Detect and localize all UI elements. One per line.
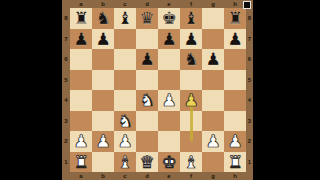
square-g2: ♟ (202, 131, 224, 152)
file-label-h: h (224, 172, 246, 180)
square-d2 (136, 131, 158, 152)
black-bishop-f8: ♝ (183, 8, 198, 29)
file-label-c: c (114, 0, 136, 8)
square-e4: ♟ (158, 90, 180, 111)
rank-label-7: 7 (62, 29, 70, 50)
rank-label-6: 6 (62, 49, 70, 70)
file-label-d: d (136, 0, 158, 8)
square-h6 (224, 49, 246, 70)
rank-label-4: 4 (246, 90, 253, 111)
rank-label-6: 6 (246, 49, 253, 70)
square-h7: ♟ (224, 29, 246, 50)
square-b3 (92, 111, 114, 132)
file-label-f: f (180, 0, 202, 8)
rank-label-5: 5 (246, 70, 253, 91)
square-g7 (202, 29, 224, 50)
square-f4: ♟ (180, 90, 202, 111)
file-label-g: g (202, 0, 224, 8)
square-d8: ♛ (136, 8, 158, 29)
square-b6 (92, 49, 114, 70)
rank-label-2: 2 (62, 131, 70, 152)
black-queen-d8: ♛ (139, 8, 154, 29)
white-pawn-b2: ♟ (95, 131, 110, 152)
square-f7: ♟ (180, 29, 202, 50)
black-rook-h8: ♜ (227, 8, 242, 29)
corner-marker-icon (243, 1, 251, 9)
white-king-e1: ♚ (161, 152, 176, 173)
square-e1: ♚ (158, 152, 180, 173)
file-label-e: e (158, 172, 180, 180)
black-knight-b8: ♞ (95, 8, 110, 29)
rank-label-1: 1 (62, 152, 70, 173)
square-h2: ♟ (224, 131, 246, 152)
white-pawn-a2: ♟ (73, 131, 88, 152)
square-d4: ♞ (136, 90, 158, 111)
white-rook-a1: ♜ (73, 152, 88, 173)
square-g8 (202, 8, 224, 29)
file-label-b: b (92, 0, 114, 8)
square-h8: ♜ (224, 8, 246, 29)
rank-labels-right: 87654321 (246, 8, 253, 172)
square-f6: ♞ (180, 49, 202, 70)
square-a2: ♟ (70, 131, 92, 152)
black-pawn-b7: ♟ (95, 29, 110, 50)
square-e7: ♟ (158, 29, 180, 50)
white-pawn-c2: ♟ (117, 131, 132, 152)
square-c2: ♟ (114, 131, 136, 152)
square-d1: ♛ (136, 152, 158, 173)
square-g6: ♟ (202, 49, 224, 70)
square-h3 (224, 111, 246, 132)
black-pawn-f7: ♟ (183, 29, 198, 50)
white-pawn-g2: ♟ (205, 131, 220, 152)
rank-label-4: 4 (62, 90, 70, 111)
black-rook-a8: ♜ (73, 8, 88, 29)
video-frame: abcdefgh abcdefgh 87654321 87654321 ♜♞♝♛… (0, 0, 320, 180)
square-c5 (114, 70, 136, 91)
square-a7: ♟ (70, 29, 92, 50)
square-d5 (136, 70, 158, 91)
black-knight-f6: ♞ (183, 49, 198, 70)
black-pawn-h7: ♟ (227, 29, 242, 50)
rank-label-3: 3 (246, 111, 253, 132)
square-c4 (114, 90, 136, 111)
square-a8: ♜ (70, 8, 92, 29)
white-pawn-h2: ♟ (227, 131, 242, 152)
square-f1: ♝ (180, 152, 202, 173)
square-a1: ♜ (70, 152, 92, 173)
square-c8: ♝ (114, 8, 136, 29)
square-h1: ♜ (224, 152, 246, 173)
rank-label-7: 7 (246, 29, 253, 50)
file-label-a: a (70, 172, 92, 180)
file-label-e: e (158, 0, 180, 8)
square-b7: ♟ (92, 29, 114, 50)
square-c3: ♞ (114, 111, 136, 132)
square-c7 (114, 29, 136, 50)
square-b2: ♟ (92, 131, 114, 152)
square-g1 (202, 152, 224, 173)
black-pawn-e7: ♟ (161, 29, 176, 50)
rank-label-5: 5 (62, 70, 70, 91)
white-bishop-c1: ♝ (117, 152, 132, 173)
white-bishop-f1: ♝ (183, 152, 198, 173)
square-e5 (158, 70, 180, 91)
rank-label-8: 8 (62, 8, 70, 29)
square-e8: ♚ (158, 8, 180, 29)
rank-labels-left: 87654321 (62, 8, 70, 172)
square-c1: ♝ (114, 152, 136, 173)
rank-label-8: 8 (246, 8, 253, 29)
square-a5 (70, 70, 92, 91)
file-labels-bottom: abcdefgh (70, 172, 246, 180)
black-bishop-c8: ♝ (117, 8, 132, 29)
square-h4 (224, 90, 246, 111)
square-b5 (92, 70, 114, 91)
white-queen-d1: ♛ (139, 152, 154, 173)
square-d7 (136, 29, 158, 50)
square-g3 (202, 111, 224, 132)
square-e2 (158, 131, 180, 152)
square-g5 (202, 70, 224, 91)
file-label-f: f (180, 172, 202, 180)
black-king-e8: ♚ (161, 8, 176, 29)
file-labels-top: abcdefgh (70, 0, 246, 8)
square-d3 (136, 111, 158, 132)
square-e3 (158, 111, 180, 132)
white-pawn-e4: ♟ (161, 90, 176, 111)
black-pawn-g6: ♟ (205, 49, 220, 70)
white-knight-d4: ♞ (139, 90, 154, 111)
square-a3 (70, 111, 92, 132)
black-pawn-a7: ♟ (73, 29, 88, 50)
square-a4 (70, 90, 92, 111)
file-label-g: g (202, 172, 224, 180)
square-b4 (92, 90, 114, 111)
square-e6 (158, 49, 180, 70)
square-b1 (92, 152, 114, 173)
black-pawn-d6: ♟ (139, 49, 154, 70)
file-label-c: c (114, 172, 136, 180)
file-label-b: b (92, 172, 114, 180)
white-knight-c3: ♞ (117, 111, 132, 132)
rank-label-3: 3 (62, 111, 70, 132)
square-a6 (70, 49, 92, 70)
file-label-a: a (70, 0, 92, 8)
board: ♜♞♝♛♚♝♜♟♟♟♟♟♟♞♟♞♟♟♞♟♟♟♟♟♜♝♛♚♝♜ (70, 8, 246, 172)
white-pawn-f4: ♟ (183, 90, 198, 111)
square-h5 (224, 70, 246, 91)
square-f8: ♝ (180, 8, 202, 29)
square-b8: ♞ (92, 8, 114, 29)
chess-board-frame: abcdefgh abcdefgh 87654321 87654321 ♜♞♝♛… (62, 0, 253, 180)
white-rook-h1: ♜ (227, 152, 242, 173)
square-c6 (114, 49, 136, 70)
file-label-d: d (136, 172, 158, 180)
square-g4 (202, 90, 224, 111)
rank-label-1: 1 (246, 152, 253, 173)
square-d6: ♟ (136, 49, 158, 70)
square-f5 (180, 70, 202, 91)
rank-label-2: 2 (246, 131, 253, 152)
